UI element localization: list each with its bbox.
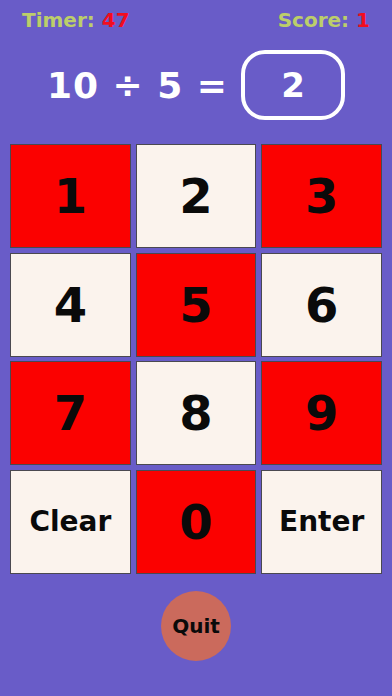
clear-button[interactable]: Clear xyxy=(10,470,131,574)
key-label: 5 xyxy=(179,277,212,333)
question-row: 10 ÷ 5 = 2 xyxy=(0,50,392,120)
key-label: 6 xyxy=(305,277,338,333)
score: Score: 1 xyxy=(278,8,370,32)
key-7[interactable]: 7 xyxy=(10,361,131,465)
quit-button[interactable]: Quit xyxy=(161,591,231,661)
key-label: Enter xyxy=(279,505,364,538)
topbar: Timer: 47 Score: 1 xyxy=(22,8,370,32)
key-9[interactable]: 9 xyxy=(261,361,382,465)
key-label: 3 xyxy=(305,168,338,224)
key-label: 9 xyxy=(305,385,338,441)
key-label: 0 xyxy=(179,494,212,550)
quit-row: Quit xyxy=(0,591,392,661)
score-label: Score: xyxy=(278,8,349,32)
keypad: 1 2 3 4 5 6 7 8 9 Clear 0 xyxy=(10,144,382,574)
key-0[interactable]: 0 xyxy=(136,470,257,574)
key-label: 7 xyxy=(54,385,87,441)
key-label: 2 xyxy=(179,168,212,224)
key-1[interactable]: 1 xyxy=(10,144,131,248)
question-expression: 10 ÷ 5 = xyxy=(47,65,228,106)
key-3[interactable]: 3 xyxy=(261,144,382,248)
key-label: 1 xyxy=(54,168,87,224)
key-label: 8 xyxy=(179,385,212,441)
timer-value: 47 xyxy=(102,8,130,32)
key-2[interactable]: 2 xyxy=(136,144,257,248)
answer-box[interactable]: 2 xyxy=(241,50,345,120)
key-label: 4 xyxy=(54,277,87,333)
key-6[interactable]: 6 xyxy=(261,253,382,357)
key-4[interactable]: 4 xyxy=(10,253,131,357)
key-8[interactable]: 8 xyxy=(136,361,257,465)
enter-button[interactable]: Enter xyxy=(261,470,382,574)
key-label: Clear xyxy=(29,505,111,538)
timer: Timer: 47 xyxy=(22,8,130,32)
timer-label: Timer: xyxy=(22,8,95,32)
score-value: 1 xyxy=(356,8,370,32)
answer-value: 2 xyxy=(281,65,305,105)
math-game-screen: Timer: 47 Score: 1 10 ÷ 5 = 2 1 2 3 4 5 … xyxy=(0,0,392,696)
key-5[interactable]: 5 xyxy=(136,253,257,357)
